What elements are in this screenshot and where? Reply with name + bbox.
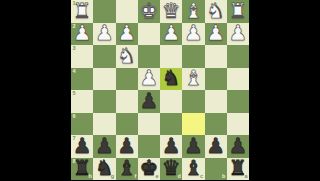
piece-black-bishop[interactable]: ♝ (117, 158, 136, 179)
square-h8[interactable]: 8h♜ (71, 158, 93, 181)
square-e3[interactable] (138, 45, 160, 68)
piece-black-knight[interactable]: ♞ (95, 158, 114, 179)
square-d7[interactable]: ♟ (160, 135, 182, 158)
square-h7[interactable]: 7♟ (71, 135, 93, 158)
piece-black-pawn[interactable]: ♟ (206, 136, 225, 157)
letterbox-left (0, 0, 71, 180)
square-c1[interactable]: ♝ (182, 0, 204, 23)
square-e2[interactable] (138, 23, 160, 46)
square-c6[interactable] (182, 113, 204, 136)
square-c3[interactable] (182, 45, 204, 68)
piece-white-knight[interactable]: ♞ (117, 46, 136, 67)
piece-white-pawn[interactable]: ♟ (184, 23, 203, 44)
square-b3[interactable] (205, 45, 227, 68)
square-g1[interactable] (93, 0, 115, 23)
square-d3[interactable] (160, 45, 182, 68)
piece-black-knight[interactable]: ♞ (162, 68, 181, 89)
piece-white-pawn[interactable]: ♟ (95, 23, 114, 44)
square-c5[interactable] (182, 90, 204, 113)
piece-black-pawn[interactable]: ♟ (73, 136, 92, 157)
square-e5[interactable]: ♟ (138, 90, 160, 113)
square-a8[interactable]: a♜ (227, 158, 249, 181)
square-f7[interactable]: ♟ (116, 135, 138, 158)
piece-black-rook[interactable]: ♜ (228, 158, 247, 179)
square-d2[interactable]: ♟ (160, 23, 182, 46)
piece-white-rook[interactable]: ♜ (228, 1, 247, 22)
square-d8[interactable]: d♛ (160, 158, 182, 181)
square-g5[interactable] (93, 90, 115, 113)
square-e7[interactable] (138, 135, 160, 158)
square-g2[interactable]: ♟ (93, 23, 115, 46)
piece-white-pawn[interactable]: ♟ (206, 23, 225, 44)
piece-black-pawn[interactable]: ♟ (139, 91, 158, 112)
square-b6[interactable] (205, 113, 227, 136)
square-b5[interactable] (205, 90, 227, 113)
piece-black-bishop[interactable]: ♝ (184, 158, 203, 179)
square-h5[interactable]: 5 (71, 90, 93, 113)
square-a5[interactable] (227, 90, 249, 113)
square-h2[interactable]: 2♟ (71, 23, 93, 46)
piece-white-knight[interactable]: ♞ (206, 1, 225, 22)
square-d6[interactable] (160, 113, 182, 136)
square-f2[interactable]: ♟ (116, 23, 138, 46)
square-d5[interactable] (160, 90, 182, 113)
piece-black-pawn[interactable]: ♟ (95, 136, 114, 157)
square-g6[interactable] (93, 113, 115, 136)
square-f8[interactable]: f♝ (116, 158, 138, 181)
piece-black-pawn[interactable]: ♟ (184, 136, 203, 157)
letterbox-right (249, 0, 320, 180)
square-e1[interactable]: ♚ (138, 0, 160, 23)
square-a2[interactable]: ♟ (227, 23, 249, 46)
square-f1[interactable] (116, 0, 138, 23)
square-g3[interactable] (93, 45, 115, 68)
square-a7[interactable]: ♟ (227, 135, 249, 158)
square-g8[interactable]: g♞ (93, 158, 115, 181)
square-e6[interactable] (138, 113, 160, 136)
square-c7[interactable]: ♟ (182, 135, 204, 158)
square-f6[interactable] (116, 113, 138, 136)
piece-white-pawn[interactable]: ♟ (228, 23, 247, 44)
chess-board: 1♜♚♛♝♞♜2♟♟♟♟♟♟♟3♞4♟♞♝5♟67♟♟♟♟♟♟♟8h♜g♞f♝e… (71, 0, 249, 180)
rank-label-5: 5 (73, 91, 76, 97)
piece-white-king[interactable]: ♚ (139, 1, 158, 22)
square-a3[interactable] (227, 45, 249, 68)
square-e8[interactable]: e♚ (138, 158, 160, 181)
square-b7[interactable]: ♟ (205, 135, 227, 158)
square-d1[interactable]: ♛ (160, 0, 182, 23)
square-b1[interactable]: ♞ (205, 0, 227, 23)
piece-white-pawn[interactable]: ♟ (117, 23, 136, 44)
square-f5[interactable] (116, 90, 138, 113)
piece-white-queen[interactable]: ♛ (162, 1, 181, 22)
square-a4[interactable] (227, 68, 249, 91)
square-b2[interactable]: ♟ (205, 23, 227, 46)
square-c8[interactable]: c♝ (182, 158, 204, 181)
square-h4[interactable]: 4 (71, 68, 93, 91)
square-h3[interactable]: 3 (71, 45, 93, 68)
piece-white-rook[interactable]: ♜ (73, 1, 92, 22)
rank-label-6: 6 (73, 114, 76, 120)
rank-label-3: 3 (73, 46, 76, 52)
piece-white-pawn[interactable]: ♟ (73, 23, 92, 44)
square-f4[interactable] (116, 68, 138, 91)
square-g7[interactable]: ♟ (93, 135, 115, 158)
square-a1[interactable]: ♜ (227, 0, 249, 23)
file-label-b: b (222, 174, 225, 180)
square-f3[interactable]: ♞ (116, 45, 138, 68)
piece-black-pawn[interactable]: ♟ (228, 136, 247, 157)
piece-black-pawn[interactable]: ♟ (162, 136, 181, 157)
piece-white-bishop[interactable]: ♝ (184, 1, 203, 22)
square-b4[interactable] (205, 68, 227, 91)
rank-label-4: 4 (73, 69, 76, 75)
square-c4[interactable]: ♝ (182, 68, 204, 91)
piece-black-rook[interactable]: ♜ (73, 158, 92, 179)
square-b8[interactable]: b (205, 158, 227, 181)
square-g4[interactable] (93, 68, 115, 91)
square-e4[interactable]: ♟ (138, 68, 160, 91)
square-h6[interactable]: 6 (71, 113, 93, 136)
piece-white-bishop[interactable]: ♝ (184, 68, 203, 89)
piece-black-queen[interactable]: ♛ (162, 158, 181, 179)
square-a6[interactable] (227, 113, 249, 136)
square-d4[interactable]: ♞ (160, 68, 182, 91)
piece-white-pawn[interactable]: ♟ (139, 68, 158, 89)
piece-black-king[interactable]: ♚ (139, 158, 158, 179)
square-h1[interactable]: 1♜ (71, 0, 93, 23)
square-c2[interactable]: ♟ (182, 23, 204, 46)
video-frame: 1♜♚♛♝♞♜2♟♟♟♟♟♟♟3♞4♟♞♝5♟67♟♟♟♟♟♟♟8h♜g♞f♝e… (0, 0, 320, 180)
piece-black-pawn[interactable]: ♟ (117, 136, 136, 157)
piece-white-pawn[interactable]: ♟ (162, 23, 181, 44)
